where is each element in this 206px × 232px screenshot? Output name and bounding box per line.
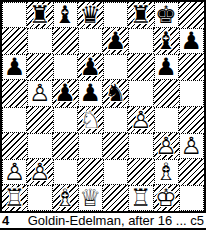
black-rook: ♜♜ <box>128 2 153 28</box>
square-g8[interactable]: ♚♚ <box>154 2 179 28</box>
square-c2[interactable] <box>53 159 78 185</box>
square-g7[interactable]: ♝♝ <box>154 28 179 54</box>
black-pawn: ♟♟ <box>179 28 204 54</box>
square-d7[interactable] <box>78 28 103 54</box>
white-rook: ♜♖ <box>2 185 27 211</box>
white-pawn: ♟♙ <box>179 133 204 159</box>
square-h2[interactable] <box>179 159 204 185</box>
black-queen: ♛♛ <box>78 2 103 28</box>
black-pawn: ♟♟ <box>154 54 179 80</box>
chess-diagram: ♜♜♝♝♛♛♜♜♚♚♟♟♝♝♟♟♟♟♟♟♟♟♟♙♟♟♟♟♞♞♞♘♟♙♟♙♟♙♟♙… <box>0 0 206 232</box>
square-d2[interactable] <box>78 159 103 185</box>
square-b6[interactable] <box>27 54 52 80</box>
caption: 4 Goldin-Edelman, after 16 ... c5 <box>0 213 206 228</box>
black-pawn: ♟♟ <box>53 80 78 106</box>
square-e2[interactable] <box>103 159 128 185</box>
square-b2[interactable]: ♟♙ <box>27 159 52 185</box>
white-rook: ♜♖ <box>128 185 153 211</box>
square-f1[interactable]: ♜♖ <box>128 185 153 211</box>
white-pawn: ♟♙ <box>128 107 153 133</box>
square-c3[interactable] <box>53 133 78 159</box>
square-d3[interactable] <box>78 133 103 159</box>
square-f5[interactable] <box>128 80 153 106</box>
square-b8[interactable]: ♜♜ <box>27 2 52 28</box>
square-a4[interactable] <box>2 107 27 133</box>
square-b3[interactable] <box>27 133 52 159</box>
square-d6[interactable]: ♟♟ <box>78 54 103 80</box>
bottom-rule <box>0 228 206 230</box>
square-f8[interactable]: ♜♜ <box>128 2 153 28</box>
square-a8[interactable] <box>2 2 27 28</box>
square-h5[interactable] <box>179 80 204 106</box>
square-f3[interactable] <box>128 133 153 159</box>
square-c8[interactable]: ♝♝ <box>53 2 78 28</box>
square-g2[interactable]: ♝♗ <box>154 159 179 185</box>
square-f4[interactable]: ♟♙ <box>128 107 153 133</box>
square-f2[interactable] <box>128 159 153 185</box>
square-d8[interactable]: ♛♛ <box>78 2 103 28</box>
square-h8[interactable] <box>179 2 204 28</box>
black-king: ♚♚ <box>154 2 179 28</box>
square-h3[interactable]: ♟♙ <box>179 133 204 159</box>
square-d1[interactable]: ♛♕ <box>78 185 103 211</box>
square-e7[interactable]: ♟♟ <box>103 28 128 54</box>
white-pawn: ♟♙ <box>154 133 179 159</box>
square-g3[interactable]: ♟♙ <box>154 133 179 159</box>
square-d4[interactable]: ♞♘ <box>78 107 103 133</box>
white-bishop: ♝♗ <box>53 185 78 211</box>
square-f6[interactable] <box>128 54 153 80</box>
square-a2[interactable]: ♟♙ <box>2 159 27 185</box>
square-b5[interactable]: ♟♙ <box>27 80 52 106</box>
square-a3[interactable] <box>2 133 27 159</box>
square-g1[interactable]: ♚♔ <box>154 185 179 211</box>
white-bishop: ♝♗ <box>154 159 179 185</box>
black-pawn: ♟♟ <box>2 54 27 80</box>
square-e3[interactable] <box>103 133 128 159</box>
square-g4[interactable] <box>154 107 179 133</box>
square-c5[interactable]: ♟♟ <box>53 80 78 106</box>
square-a7[interactable] <box>2 28 27 54</box>
caption-text: Goldin-Edelman, after 16 ... c5 <box>28 213 206 228</box>
square-c4[interactable] <box>53 107 78 133</box>
square-c1[interactable]: ♝♗ <box>53 185 78 211</box>
square-h1[interactable] <box>179 185 204 211</box>
white-pawn: ♟♙ <box>2 159 27 185</box>
square-b4[interactable] <box>27 107 52 133</box>
square-h6[interactable] <box>179 54 204 80</box>
square-b7[interactable] <box>27 28 52 54</box>
square-g6[interactable]: ♟♟ <box>154 54 179 80</box>
white-pawn: ♟♙ <box>27 159 52 185</box>
black-pawn: ♟♟ <box>103 28 128 54</box>
black-bishop: ♝♝ <box>53 2 78 28</box>
white-queen: ♛♕ <box>78 185 103 211</box>
white-knight: ♞♘ <box>78 107 103 133</box>
square-d5[interactable]: ♟♟ <box>78 80 103 106</box>
square-h7[interactable]: ♟♟ <box>179 28 204 54</box>
black-pawn: ♟♟ <box>78 80 103 106</box>
white-king: ♚♔ <box>154 185 179 211</box>
black-rook: ♜♜ <box>27 2 52 28</box>
square-a1[interactable]: ♜♖ <box>2 185 27 211</box>
square-e8[interactable] <box>103 2 128 28</box>
square-c6[interactable] <box>53 54 78 80</box>
square-e6[interactable] <box>103 54 128 80</box>
white-pawn: ♟♙ <box>27 80 52 106</box>
square-a5[interactable] <box>2 80 27 106</box>
black-knight: ♞♞ <box>103 80 128 106</box>
black-pawn: ♟♟ <box>78 54 103 80</box>
black-bishop: ♝♝ <box>154 28 179 54</box>
square-h4[interactable] <box>179 107 204 133</box>
chess-board: ♜♜♝♝♛♛♜♜♚♚♟♟♝♝♟♟♟♟♟♟♟♟♟♙♟♟♟♟♞♞♞♘♟♙♟♙♟♙♟♙… <box>0 0 206 213</box>
square-b1[interactable] <box>27 185 52 211</box>
square-f7[interactable] <box>128 28 153 54</box>
square-g5[interactable] <box>154 80 179 106</box>
diagram-number: 4 <box>0 213 9 228</box>
square-e5[interactable]: ♞♞ <box>103 80 128 106</box>
square-c7[interactable] <box>53 28 78 54</box>
square-e4[interactable] <box>103 107 128 133</box>
square-e1[interactable] <box>103 185 128 211</box>
square-a6[interactable]: ♟♟ <box>2 54 27 80</box>
